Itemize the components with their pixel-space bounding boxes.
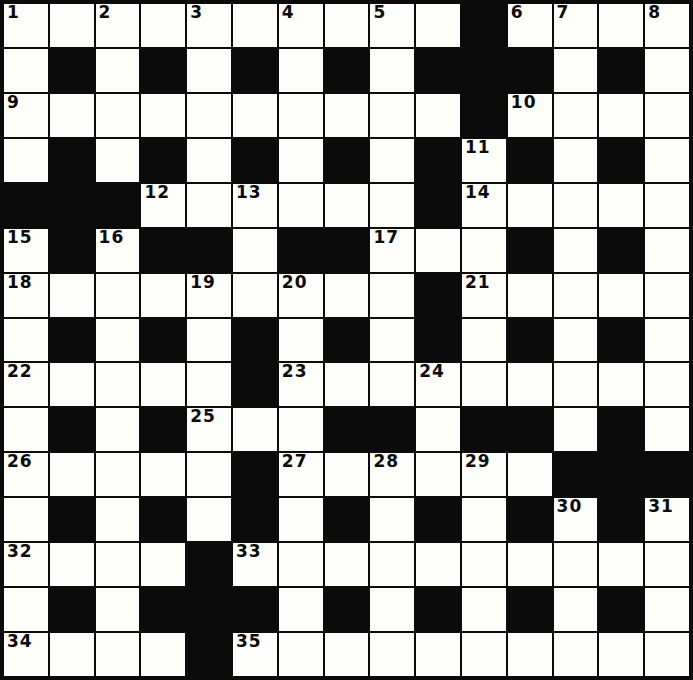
white-cell-r7c2[interactable]: [50, 274, 94, 317]
white-cell-r6c9[interactable]: 17: [370, 229, 414, 272]
white-cell-r1c12[interactable]: 6: [508, 4, 552, 47]
white-cell-r2c5[interactable]: [187, 49, 231, 92]
white-cell-r11c2[interactable]: [50, 453, 94, 496]
clue-number-24: 24: [419, 362, 445, 382]
white-cell-r9c4[interactable]: [141, 363, 185, 406]
white-cell-r15c12[interactable]: [508, 633, 552, 676]
white-cell-r8c15[interactable]: [645, 319, 689, 362]
black-cell-r1c11: [462, 4, 506, 47]
white-cell-r11c7[interactable]: 27: [279, 453, 323, 496]
white-cell-r9c15[interactable]: [645, 363, 689, 406]
black-cell-r12c8: [325, 498, 369, 541]
clue-number-21: 21: [465, 273, 491, 293]
white-cell-r2c7[interactable]: [279, 49, 323, 92]
clue-number-28: 28: [373, 452, 399, 472]
white-cell-r2c13[interactable]: [554, 49, 598, 92]
black-cell-r15c5: [187, 633, 231, 676]
black-cell-r2c12: [508, 49, 552, 92]
white-cell-r13c10[interactable]: [416, 543, 460, 586]
white-cell-r4c7[interactable]: [279, 139, 323, 182]
white-cell-r12c15[interactable]: 31: [645, 498, 689, 541]
black-cell-r6c14: [599, 229, 643, 272]
black-cell-r12c4: [141, 498, 185, 541]
white-cell-r5c9[interactable]: [370, 184, 414, 227]
clue-number-20: 20: [282, 273, 308, 293]
clue-number-4: 4: [282, 3, 295, 23]
white-cell-r8c3[interactable]: [96, 319, 140, 362]
black-cell-r12c2: [50, 498, 94, 541]
white-cell-r8c7[interactable]: [279, 319, 323, 362]
white-cell-r4c11[interactable]: 11: [462, 139, 506, 182]
white-cell-r12c1[interactable]: [4, 498, 48, 541]
clue-number-34: 34: [7, 632, 33, 652]
black-cell-r12c12: [508, 498, 552, 541]
white-cell-r9c1[interactable]: 22: [4, 363, 48, 406]
black-cell-r4c6: [233, 139, 277, 182]
white-cell-r15c15[interactable]: [645, 633, 689, 676]
white-cell-r13c7[interactable]: [279, 543, 323, 586]
white-cell-r15c9[interactable]: [370, 633, 414, 676]
black-cell-r10c4: [141, 408, 185, 451]
white-cell-r7c12[interactable]: [508, 274, 552, 317]
white-cell-r3c4[interactable]: [141, 94, 185, 137]
black-cell-r12c14: [599, 498, 643, 541]
white-cell-r5c8[interactable]: [325, 184, 369, 227]
black-cell-r14c8: [325, 588, 369, 631]
white-cell-r8c11[interactable]: [462, 319, 506, 362]
black-cell-r2c14: [599, 49, 643, 92]
white-cell-r11c12[interactable]: [508, 453, 552, 496]
white-cell-r12c13[interactable]: 30: [554, 498, 598, 541]
white-cell-r9c3[interactable]: [96, 363, 140, 406]
white-cell-r3c2[interactable]: [50, 94, 94, 137]
white-cell-r6c11[interactable]: [462, 229, 506, 272]
black-cell-r4c8: [325, 139, 369, 182]
white-cell-r14c1[interactable]: [4, 588, 48, 631]
white-cell-r3c13[interactable]: [554, 94, 598, 137]
black-cell-r8c8: [325, 319, 369, 362]
clue-number-5: 5: [373, 3, 386, 23]
clue-number-10: 10: [511, 93, 537, 113]
white-cell-r5c12[interactable]: [508, 184, 552, 227]
white-cell-r5c11[interactable]: 14: [462, 184, 506, 227]
black-cell-r10c9: [370, 408, 414, 451]
white-cell-r15c8[interactable]: [325, 633, 369, 676]
white-cell-r13c12[interactable]: [508, 543, 552, 586]
white-cell-r12c7[interactable]: [279, 498, 323, 541]
white-cell-r10c15[interactable]: [645, 408, 689, 451]
white-cell-r15c13[interactable]: [554, 633, 598, 676]
white-cell-r6c6[interactable]: [233, 229, 277, 272]
white-cell-r9c7[interactable]: 23: [279, 363, 323, 406]
white-cell-r13c13[interactable]: [554, 543, 598, 586]
clue-number-33: 33: [236, 542, 262, 562]
white-cell-r14c13[interactable]: [554, 588, 598, 631]
white-cell-r15c4[interactable]: [141, 633, 185, 676]
white-cell-r14c9[interactable]: [370, 588, 414, 631]
white-cell-r5c7[interactable]: [279, 184, 323, 227]
black-cell-r2c6: [233, 49, 277, 92]
white-cell-r10c6[interactable]: [233, 408, 277, 451]
clue-number-22: 22: [7, 362, 33, 382]
black-cell-r11c13: [554, 453, 598, 496]
white-cell-r5c4[interactable]: 12: [141, 184, 185, 227]
black-cell-r14c10: [416, 588, 460, 631]
white-cell-r3c8[interactable]: [325, 94, 369, 137]
black-cell-r14c12: [508, 588, 552, 631]
white-cell-r4c13[interactable]: [554, 139, 598, 182]
black-cell-r5c1: [4, 184, 48, 227]
white-cell-r15c10[interactable]: [416, 633, 460, 676]
white-cell-r6c1[interactable]: 15: [4, 229, 48, 272]
white-cell-r11c11[interactable]: 29: [462, 453, 506, 496]
white-cell-r12c9[interactable]: [370, 498, 414, 541]
white-cell-r13c4[interactable]: [141, 543, 185, 586]
black-cell-r10c2: [50, 408, 94, 451]
white-cell-r15c6[interactable]: 35: [233, 633, 277, 676]
black-cell-r6c8: [325, 229, 369, 272]
white-cell-r9c13[interactable]: [554, 363, 598, 406]
white-cell-r11c9[interactable]: 28: [370, 453, 414, 496]
clue-number-9: 9: [7, 93, 20, 113]
black-cell-r13c5: [187, 543, 231, 586]
black-cell-r11c6: [233, 453, 277, 496]
black-cell-r10c8: [325, 408, 369, 451]
clue-number-11: 11: [465, 138, 491, 158]
white-cell-r1c8[interactable]: [325, 4, 369, 47]
white-cell-r13c15[interactable]: [645, 543, 689, 586]
white-cell-r10c3[interactable]: [96, 408, 140, 451]
black-cell-r8c14: [599, 319, 643, 362]
black-cell-r4c12: [508, 139, 552, 182]
black-cell-r10c14: [599, 408, 643, 451]
white-cell-r1c1[interactable]: 1: [4, 4, 48, 47]
white-cell-r11c4[interactable]: [141, 453, 185, 496]
clue-number-27: 27: [282, 452, 308, 472]
white-cell-r3c12[interactable]: 10: [508, 94, 552, 137]
white-cell-r2c9[interactable]: [370, 49, 414, 92]
black-cell-r6c4: [141, 229, 185, 272]
white-cell-r7c9[interactable]: [370, 274, 414, 317]
clue-number-19: 19: [190, 273, 216, 293]
white-cell-r10c1[interactable]: [4, 408, 48, 451]
black-cell-r2c4: [141, 49, 185, 92]
black-cell-r14c14: [599, 588, 643, 631]
white-cell-r7c7[interactable]: 20: [279, 274, 323, 317]
black-cell-r8c6: [233, 319, 277, 362]
white-cell-r3c6[interactable]: [233, 94, 277, 137]
black-cell-r12c10: [416, 498, 460, 541]
white-cell-r9c2[interactable]: [50, 363, 94, 406]
clue-number-17: 17: [373, 228, 399, 248]
clue-number-2: 2: [99, 3, 112, 23]
clue-number-3: 3: [190, 3, 203, 23]
black-cell-r14c5: [187, 588, 231, 631]
black-cell-r9c6: [233, 363, 277, 406]
black-cell-r2c8: [325, 49, 369, 92]
black-cell-r6c5: [187, 229, 231, 272]
white-cell-r7c11[interactable]: 21: [462, 274, 506, 317]
black-cell-r11c15: [645, 453, 689, 496]
white-cell-r13c9[interactable]: [370, 543, 414, 586]
black-cell-r3c11: [462, 94, 506, 137]
white-cell-r3c3[interactable]: [96, 94, 140, 137]
clue-number-6: 6: [511, 3, 524, 23]
white-cell-r12c5[interactable]: [187, 498, 231, 541]
white-cell-r9c10[interactable]: 24: [416, 363, 460, 406]
white-cell-r14c11[interactable]: [462, 588, 506, 631]
white-cell-r15c7[interactable]: [279, 633, 323, 676]
white-cell-r15c14[interactable]: [599, 633, 643, 676]
black-cell-r2c10: [416, 49, 460, 92]
white-cell-r3c10[interactable]: [416, 94, 460, 137]
black-cell-r10c11: [462, 408, 506, 451]
white-cell-r10c5[interactable]: 25: [187, 408, 231, 451]
white-cell-r13c14[interactable]: [599, 543, 643, 586]
white-cell-r1c2[interactable]: [50, 4, 94, 47]
black-cell-r6c2: [50, 229, 94, 272]
black-cell-r5c3: [96, 184, 140, 227]
white-cell-r11c8[interactable]: [325, 453, 369, 496]
black-cell-r4c4: [141, 139, 185, 182]
black-cell-r8c4: [141, 319, 185, 362]
white-cell-r9c12[interactable]: [508, 363, 552, 406]
white-cell-r5c13[interactable]: [554, 184, 598, 227]
white-cell-r3c14[interactable]: [599, 94, 643, 137]
white-cell-r12c11[interactable]: [462, 498, 506, 541]
black-cell-r4c2: [50, 139, 94, 182]
clue-number-8: 8: [648, 3, 661, 23]
white-cell-r1c13[interactable]: 7: [554, 4, 598, 47]
black-cell-r14c4: [141, 588, 185, 631]
white-cell-r1c4[interactable]: [141, 4, 185, 47]
white-cell-r1c10[interactable]: [416, 4, 460, 47]
white-cell-r8c13[interactable]: [554, 319, 598, 362]
white-cell-r2c1[interactable]: [4, 49, 48, 92]
white-cell-r6c3[interactable]: 16: [96, 229, 140, 272]
black-cell-r8c12: [508, 319, 552, 362]
white-cell-r7c15[interactable]: [645, 274, 689, 317]
white-cell-r13c6[interactable]: 33: [233, 543, 277, 586]
clue-number-13: 13: [236, 183, 262, 203]
white-cell-r11c10[interactable]: [416, 453, 460, 496]
white-cell-r7c13[interactable]: [554, 274, 598, 317]
clue-number-31: 31: [648, 497, 674, 517]
white-cell-r15c1[interactable]: 34: [4, 633, 48, 676]
white-cell-r15c11[interactable]: [462, 633, 506, 676]
black-cell-r8c2: [50, 319, 94, 362]
black-cell-r6c12: [508, 229, 552, 272]
black-cell-r11c14: [599, 453, 643, 496]
white-cell-r1c6[interactable]: [233, 4, 277, 47]
white-cell-r3c7[interactable]: [279, 94, 323, 137]
black-cell-r5c2: [50, 184, 94, 227]
white-cell-r7c14[interactable]: [599, 274, 643, 317]
clue-number-23: 23: [282, 362, 308, 382]
white-cell-r1c7[interactable]: 4: [279, 4, 323, 47]
white-cell-r7c4[interactable]: [141, 274, 185, 317]
white-cell-r1c5[interactable]: 3: [187, 4, 231, 47]
white-cell-r13c1[interactable]: 32: [4, 543, 48, 586]
white-cell-r4c15[interactable]: [645, 139, 689, 182]
white-cell-r1c14[interactable]: [599, 4, 643, 47]
white-cell-r11c3[interactable]: [96, 453, 140, 496]
white-cell-r9c5[interactable]: [187, 363, 231, 406]
white-cell-r14c7[interactable]: [279, 588, 323, 631]
white-cell-r13c2[interactable]: [50, 543, 94, 586]
black-cell-r12c6: [233, 498, 277, 541]
black-cell-r14c2: [50, 588, 94, 631]
white-cell-r1c3[interactable]: 2: [96, 4, 140, 47]
black-cell-r2c11: [462, 49, 506, 92]
white-cell-r15c3[interactable]: [96, 633, 140, 676]
clue-number-18: 18: [7, 273, 33, 293]
white-cell-r12c3[interactable]: [96, 498, 140, 541]
white-cell-r11c5[interactable]: [187, 453, 231, 496]
white-cell-r7c6[interactable]: [233, 274, 277, 317]
white-cell-r4c5[interactable]: [187, 139, 231, 182]
white-cell-r3c15[interactable]: [645, 94, 689, 137]
white-cell-r9c9[interactable]: [370, 363, 414, 406]
white-cell-r5c15[interactable]: [645, 184, 689, 227]
clue-number-30: 30: [557, 497, 583, 517]
white-cell-r8c5[interactable]: [187, 319, 231, 362]
white-cell-r7c1[interactable]: 18: [4, 274, 48, 317]
clue-number-32: 32: [7, 542, 33, 562]
clue-number-26: 26: [7, 452, 33, 472]
white-cell-r1c15[interactable]: 8: [645, 4, 689, 47]
white-cell-r3c5[interactable]: [187, 94, 231, 137]
crossword-grid: 1234567891011121314151617181920212223242…: [0, 0, 693, 680]
white-cell-r11c1[interactable]: 26: [4, 453, 48, 496]
white-cell-r8c9[interactable]: [370, 319, 414, 362]
white-cell-r4c9[interactable]: [370, 139, 414, 182]
white-cell-r14c15[interactable]: [645, 588, 689, 631]
clue-number-16: 16: [99, 228, 125, 248]
white-cell-r6c15[interactable]: [645, 229, 689, 272]
white-cell-r5c14[interactable]: [599, 184, 643, 227]
white-cell-r6c13[interactable]: [554, 229, 598, 272]
black-cell-r7c10: [416, 274, 460, 317]
black-cell-r4c14: [599, 139, 643, 182]
black-cell-r5c10: [416, 184, 460, 227]
clue-number-1: 1: [7, 3, 20, 23]
clue-number-35: 35: [236, 632, 262, 652]
white-cell-r7c5[interactable]: 19: [187, 274, 231, 317]
white-cell-r5c6[interactable]: 13: [233, 184, 277, 227]
clue-number-7: 7: [557, 3, 570, 23]
black-cell-r4c10: [416, 139, 460, 182]
black-cell-r6c7: [279, 229, 323, 272]
black-cell-r14c6: [233, 588, 277, 631]
white-cell-r9c8[interactable]: [325, 363, 369, 406]
black-cell-r10c12: [508, 408, 552, 451]
white-cell-r10c10[interactable]: [416, 408, 460, 451]
white-cell-r5c5[interactable]: [187, 184, 231, 227]
white-cell-r10c7[interactable]: [279, 408, 323, 451]
clue-number-29: 29: [465, 452, 491, 472]
black-cell-r2c2: [50, 49, 94, 92]
white-cell-r13c8[interactable]: [325, 543, 369, 586]
white-cell-r7c8[interactable]: [325, 274, 369, 317]
white-cell-r15c2[interactable]: [50, 633, 94, 676]
clue-number-12: 12: [144, 183, 170, 203]
white-cell-r3c1[interactable]: 9: [4, 94, 48, 137]
white-cell-r9c11[interactable]: [462, 363, 506, 406]
white-cell-r8c1[interactable]: [4, 319, 48, 362]
clue-number-25: 25: [190, 407, 216, 427]
white-cell-r3c9[interactable]: [370, 94, 414, 137]
white-cell-r6c10[interactable]: [416, 229, 460, 272]
clue-number-14: 14: [465, 183, 491, 203]
white-cell-r14c3[interactable]: [96, 588, 140, 631]
white-cell-r10c13[interactable]: [554, 408, 598, 451]
white-cell-r13c3[interactable]: [96, 543, 140, 586]
white-cell-r4c3[interactable]: [96, 139, 140, 182]
white-cell-r2c3[interactable]: [96, 49, 140, 92]
black-cell-r8c10: [416, 319, 460, 362]
clue-number-15: 15: [7, 228, 33, 248]
white-cell-r1c9[interactable]: 5: [370, 4, 414, 47]
white-cell-r4c1[interactable]: [4, 139, 48, 182]
white-cell-r13c11[interactable]: [462, 543, 506, 586]
white-cell-r9c14[interactable]: [599, 363, 643, 406]
white-cell-r7c3[interactable]: [96, 274, 140, 317]
white-cell-r2c15[interactable]: [645, 49, 689, 92]
